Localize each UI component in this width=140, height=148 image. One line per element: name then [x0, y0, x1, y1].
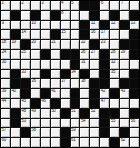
blocked-cell	[41, 70, 50, 79]
crossword-cell[interactable]	[51, 50, 60, 59]
blocked-cell	[11, 70, 20, 79]
crossword-cell[interactable]	[130, 60, 139, 69]
crossword-cell[interactable]	[71, 21, 80, 30]
blocked-cell	[71, 99, 80, 108]
blocked-cell	[120, 128, 129, 137]
blocked-cell	[61, 70, 70, 79]
crossword-cell[interactable]	[11, 50, 20, 59]
clue-number: 16	[91, 30, 95, 35]
crossword-cell[interactable]	[31, 119, 40, 128]
blocked-cell	[110, 11, 119, 20]
crossword-cell[interactable]: 13	[130, 21, 139, 30]
clue-number: 59	[71, 128, 75, 133]
blocked-cell	[61, 50, 70, 59]
crossword-cell[interactable]	[11, 128, 20, 137]
crossword-cell[interactable]	[51, 128, 60, 137]
crossword-cell[interactable]	[80, 128, 89, 137]
blocked-cell	[100, 60, 109, 69]
clue-number: 3	[41, 1, 43, 6]
crossword-cell[interactable]	[71, 11, 80, 20]
crossword-cell[interactable]	[100, 138, 109, 147]
crossword-cell[interactable]	[61, 60, 70, 69]
crossword-cell[interactable]	[41, 40, 50, 49]
crossword-cell[interactable]: 17	[100, 30, 109, 39]
blocked-cell	[100, 128, 109, 137]
clue-number: 21	[51, 40, 55, 45]
crossword-cell[interactable]: 25	[21, 50, 30, 59]
crossword-cell[interactable]: 46	[41, 99, 50, 108]
crossword-cell[interactable]	[61, 89, 70, 98]
blocked-cell	[130, 109, 139, 118]
crossword-cell[interactable]	[110, 79, 119, 88]
blocked-cell	[61, 138, 70, 147]
crossword-cell[interactable]	[90, 60, 99, 69]
clue-number: 49	[31, 109, 35, 114]
blocked-cell	[130, 50, 139, 59]
clue-number: 40	[11, 89, 15, 94]
crossword-cell[interactable]: 29	[120, 50, 129, 59]
crossword-cell[interactable]	[51, 70, 60, 79]
crossword-cell[interactable]: 61	[71, 138, 80, 147]
blocked-cell	[110, 138, 119, 147]
crossword-cell[interactable]	[120, 60, 129, 69]
crossword-cell[interactable]: 20	[31, 40, 40, 49]
blocked-cell	[90, 89, 99, 98]
crossword-cell[interactable]: 43	[120, 89, 129, 98]
crossword-cell[interactable]	[61, 99, 70, 108]
crossword-cell[interactable]	[21, 138, 30, 147]
crossword-cell[interactable]	[120, 11, 129, 20]
crossword-cell[interactable]	[41, 138, 50, 147]
blocked-cell	[21, 89, 30, 98]
crossword-cell[interactable]	[31, 1, 40, 10]
crossword-cell[interactable]: 8	[61, 11, 70, 20]
clue-number: 27	[91, 50, 95, 55]
crossword-cell[interactable]	[41, 79, 50, 88]
crossword-cell[interactable]: 10	[31, 21, 40, 30]
crossword-cell[interactable]	[120, 119, 129, 128]
crossword-cell[interactable]: 41	[51, 89, 60, 98]
crossword-cell[interactable]	[130, 99, 139, 108]
crossword-cell[interactable]	[1, 70, 10, 79]
crossword-cell[interactable]	[31, 138, 40, 147]
crossword-cell[interactable]: 38	[80, 79, 89, 88]
crossword-cell[interactable]	[130, 128, 139, 137]
crossword-cell[interactable]	[120, 99, 129, 108]
crossword-cell[interactable]	[41, 128, 50, 137]
crossword-cell[interactable]	[51, 1, 60, 10]
crossword-cell[interactable]	[51, 79, 60, 88]
crossword-cell[interactable]	[51, 138, 60, 147]
crossword-cell[interactable]: 35	[110, 70, 119, 79]
crossword-cell[interactable]	[90, 70, 99, 79]
blocked-cell	[90, 11, 99, 20]
blocked-cell	[41, 50, 50, 59]
crossword-cell[interactable]: 5	[71, 1, 80, 10]
blocked-cell	[90, 99, 99, 108]
blocked-cell	[51, 99, 60, 108]
clue-number: 33	[21, 70, 25, 75]
crossword-cell[interactable]: 30	[1, 60, 10, 69]
blocked-cell	[11, 79, 20, 88]
crossword-cell[interactable]	[110, 40, 119, 49]
blocked-cell	[100, 21, 109, 30]
crossword-cell[interactable]: 59	[71, 128, 80, 137]
blocked-cell	[100, 109, 109, 118]
crossword-cell[interactable]	[11, 99, 20, 108]
crossword-cell[interactable]	[1, 109, 10, 118]
blocked-cell	[100, 70, 109, 79]
blocked-cell	[120, 40, 129, 49]
blocked-cell	[11, 11, 20, 20]
clue-number: 57	[2, 128, 6, 133]
crossword-cell[interactable]: 51	[71, 109, 80, 118]
crossword-cell[interactable]: 40	[11, 89, 20, 98]
clue-number: 38	[81, 79, 85, 84]
crossword-cell[interactable]: 33	[21, 70, 30, 79]
crossword-grid: 1234567891011121314151617181920212223242…	[0, 0, 140, 148]
crossword-cell[interactable]	[11, 138, 20, 147]
crossword-cell[interactable]	[71, 119, 80, 128]
crossword-cell[interactable]: 22	[80, 40, 89, 49]
crossword-cell[interactable]	[80, 89, 89, 98]
clue-number: 29	[121, 50, 125, 55]
clue-number: 54	[81, 119, 85, 124]
crossword-cell[interactable]	[21, 21, 30, 30]
crossword-cell[interactable]	[41, 60, 50, 69]
crossword-cell[interactable]	[11, 60, 20, 69]
clue-number: 6	[101, 1, 103, 6]
crossword-cell[interactable]	[80, 99, 89, 108]
crossword-cell[interactable]	[90, 128, 99, 137]
clue-number: 30	[2, 60, 6, 65]
blocked-cell	[110, 89, 119, 98]
blocked-cell	[41, 89, 50, 98]
clue-number: 25	[21, 50, 25, 55]
crossword-cell[interactable]: 53	[21, 119, 30, 128]
blocked-cell	[31, 11, 40, 20]
crossword-cell[interactable]: 9	[1, 21, 10, 30]
crossword-cell[interactable]: 4	[61, 1, 70, 10]
clue-number: 2	[21, 1, 23, 6]
blocked-cell	[90, 40, 99, 49]
blocked-cell	[120, 21, 129, 30]
crossword-cell[interactable]: 16	[90, 30, 99, 39]
crossword-cell[interactable]	[120, 109, 129, 118]
crossword-cell[interactable]	[31, 50, 40, 59]
crossword-cell[interactable]: 28	[110, 50, 119, 59]
crossword-cell[interactable]: 56	[130, 119, 139, 128]
crossword-cell[interactable]	[130, 1, 139, 10]
clue-number: 28	[111, 50, 115, 55]
crossword-cell[interactable]: 54	[80, 119, 89, 128]
blocked-cell	[130, 79, 139, 88]
blocked-cell	[61, 109, 70, 118]
clue-number: 14	[21, 30, 25, 35]
clue-number: 11	[91, 21, 95, 26]
blocked-cell	[71, 50, 80, 59]
clue-number: 26	[81, 50, 85, 55]
crossword-cell[interactable]: 52	[90, 109, 99, 118]
clue-number: 22	[81, 40, 85, 45]
blocked-cell	[100, 119, 109, 128]
crossword-cell[interactable]	[100, 11, 109, 20]
clue-number: 50	[51, 109, 55, 114]
blocked-cell	[130, 70, 139, 79]
blocked-cell	[130, 89, 139, 98]
clue-number: 48	[21, 109, 25, 114]
crossword-cell[interactable]	[41, 11, 50, 20]
crossword-cell[interactable]: 3	[41, 1, 50, 10]
crossword-cell[interactable]	[11, 1, 20, 10]
crossword-cell[interactable]	[41, 119, 50, 128]
crossword-cell[interactable]	[41, 109, 50, 118]
crossword-cell[interactable]: 27	[90, 50, 99, 59]
crossword-cell[interactable]	[71, 30, 80, 39]
crossword-cell[interactable]	[31, 70, 40, 79]
blocked-cell	[110, 109, 119, 118]
crossword-cell[interactable]: 32	[110, 60, 119, 69]
clue-number: 35	[111, 70, 115, 75]
crossword-cell[interactable]	[11, 21, 20, 30]
blocked-cell	[80, 1, 89, 10]
blocked-cell	[90, 1, 99, 10]
crossword-cell[interactable]: 19	[11, 40, 20, 49]
blocked-cell	[11, 109, 20, 118]
clue-number: 52	[91, 109, 95, 114]
clue-number: 4	[61, 1, 63, 6]
clue-number: 23	[101, 40, 105, 45]
crossword-cell[interactable]: 12	[110, 21, 119, 30]
clue-number: 53	[21, 119, 25, 124]
crossword-cell[interactable]	[51, 21, 60, 30]
crossword-cell[interactable]	[31, 89, 40, 98]
clue-number: 31	[81, 60, 85, 65]
crossword-cell[interactable]	[51, 119, 60, 128]
crossword-cell[interactable]: 31	[80, 60, 89, 69]
crossword-cell[interactable]	[21, 60, 30, 69]
crossword-cell[interactable]	[110, 1, 119, 10]
crossword-cell[interactable]	[80, 138, 89, 147]
crossword-cell[interactable]: 14	[21, 30, 30, 39]
blocked-cell	[11, 119, 20, 128]
blocked-cell	[130, 40, 139, 49]
clue-number: 17	[101, 30, 105, 35]
crossword-cell[interactable]	[90, 138, 99, 147]
crossword-cell[interactable]: 62	[120, 138, 129, 147]
clue-number: 61	[71, 138, 75, 143]
crossword-cell[interactable]: 50	[51, 109, 60, 118]
blocked-cell	[80, 30, 89, 39]
clue-number: 43	[121, 89, 125, 94]
crossword-cell[interactable]: 23	[100, 40, 109, 49]
blocked-cell	[130, 30, 139, 39]
blocked-cell	[90, 79, 99, 88]
clue-number: 10	[31, 21, 35, 26]
clue-number: 60	[2, 138, 6, 143]
crossword-cell[interactable]: 36	[31, 79, 40, 88]
crossword-cell[interactable]	[71, 40, 80, 49]
crossword-cell[interactable]: 7	[120, 1, 129, 10]
crossword-cell[interactable]	[61, 119, 70, 128]
clue-number: 42	[101, 89, 105, 94]
blocked-cell	[100, 79, 109, 88]
clue-number: 34	[71, 70, 75, 75]
crossword-cell[interactable]	[1, 11, 10, 20]
blocked-cell	[61, 128, 70, 137]
blocked-cell	[130, 11, 139, 20]
crossword-cell[interactable]	[1, 119, 10, 128]
crossword-cell[interactable]	[61, 40, 70, 49]
crossword-cell[interactable]: 42	[100, 89, 109, 98]
crossword-cell[interactable]: 2	[21, 1, 30, 10]
crossword-cell[interactable]	[110, 128, 119, 137]
crossword-cell[interactable]	[80, 11, 89, 20]
crossword-cell[interactable]: 24	[1, 50, 10, 59]
blocked-cell	[21, 79, 30, 88]
clue-number: 9	[2, 21, 4, 26]
crossword-cell[interactable]: 11	[90, 21, 99, 30]
crossword-cell[interactable]: 1	[1, 1, 10, 10]
blocked-cell	[11, 30, 20, 39]
blocked-cell	[100, 50, 109, 59]
crossword-cell[interactable]: 48	[21, 109, 30, 118]
crossword-cell[interactable]: 21	[51, 40, 60, 49]
crossword-cell[interactable]: 34	[71, 70, 80, 79]
clue-number: 13	[131, 21, 135, 26]
crossword-cell[interactable]: 26	[80, 50, 89, 59]
blocked-cell	[80, 21, 89, 30]
clue-number: 39	[2, 89, 6, 94]
crossword-cell[interactable]: 6	[100, 1, 109, 10]
crossword-cell[interactable]: 58	[31, 128, 40, 137]
crossword-cell[interactable]: 15	[61, 30, 70, 39]
crossword-cell[interactable]: 49	[31, 109, 40, 118]
crossword-cell[interactable]	[1, 30, 10, 39]
blocked-cell	[80, 109, 89, 118]
clue-number: 62	[121, 138, 125, 143]
crossword-cell[interactable]	[130, 138, 139, 147]
crossword-cell[interactable]	[51, 60, 60, 69]
crossword-cell[interactable]	[110, 30, 119, 39]
clue-number: 24	[2, 50, 6, 55]
blocked-cell	[80, 70, 89, 79]
crossword-cell[interactable]	[120, 70, 129, 79]
clue-number: 7	[121, 1, 123, 6]
clue-number: 20	[31, 40, 35, 45]
crossword-cell[interactable]	[31, 60, 40, 69]
blocked-cell	[51, 11, 60, 20]
crossword-cell[interactable]: 18	[1, 40, 10, 49]
crossword-cell[interactable]	[41, 21, 50, 30]
clue-number: 18	[2, 40, 6, 45]
crossword-cell[interactable]: 44	[1, 99, 10, 108]
crossword-cell[interactable]: 37	[61, 79, 70, 88]
clue-number: 36	[31, 79, 35, 84]
clue-number: 32	[111, 60, 115, 65]
clue-number: 5	[71, 1, 73, 6]
crossword-cell[interactable]: 60	[1, 138, 10, 147]
clue-number: 41	[51, 89, 55, 94]
clue-number: 47	[101, 99, 105, 104]
crossword-cell[interactable]	[1, 79, 10, 88]
blocked-cell	[120, 79, 129, 88]
clue-number: 56	[131, 119, 135, 124]
crossword-cell[interactable]	[71, 79, 80, 88]
crossword-cell[interactable]	[61, 21, 70, 30]
clue-number: 58	[31, 128, 35, 133]
clue-number: 44	[2, 99, 6, 104]
crossword-cell[interactable]: 45	[21, 99, 30, 108]
crossword-cell[interactable]: 47	[100, 99, 109, 108]
crossword-cell[interactable]	[120, 30, 129, 39]
clue-number: 46	[41, 99, 45, 104]
blocked-cell	[31, 99, 40, 108]
clue-number: 37	[61, 79, 65, 84]
clue-number: 12	[111, 21, 115, 26]
crossword-cell[interactable]	[41, 30, 50, 39]
clue-number: 45	[21, 99, 25, 104]
crossword-cell[interactable]	[90, 119, 99, 128]
blocked-cell	[21, 128, 30, 137]
clue-number: 8	[61, 11, 63, 16]
crossword-cell[interactable]: 57	[1, 128, 10, 137]
crossword-cell[interactable]	[31, 30, 40, 39]
blocked-cell	[71, 60, 80, 69]
crossword-cell[interactable]: 39	[1, 89, 10, 98]
clue-number: 1	[2, 1, 4, 6]
crossword-cell[interactable]	[21, 11, 30, 20]
clue-number: 19	[11, 40, 15, 45]
clue-number: 15	[61, 30, 65, 35]
blocked-cell	[51, 30, 60, 39]
clue-number: 51	[71, 109, 75, 114]
crossword-cell[interactable]	[110, 99, 119, 108]
blocked-cell	[21, 40, 30, 49]
blocked-cell	[71, 89, 80, 98]
crossword-cell[interactable]: 55	[110, 119, 119, 128]
clue-number: 55	[111, 119, 115, 124]
